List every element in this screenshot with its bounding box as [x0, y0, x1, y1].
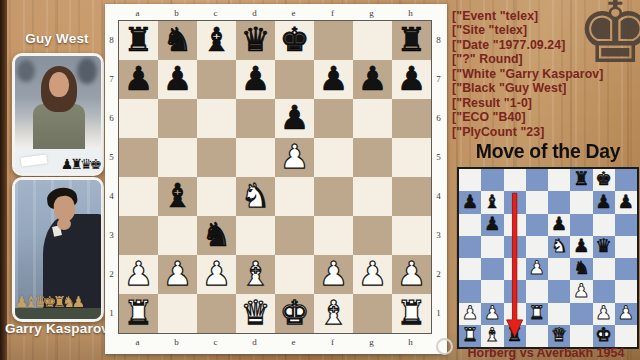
coord-label-5: 5 — [433, 137, 444, 176]
mini-square-h2: ♟ — [615, 303, 637, 325]
white-bishop-f1: ♝ — [319, 296, 349, 329]
mini-square-a4 — [459, 258, 481, 280]
table-edge — [0, 0, 7, 360]
mini-square-g3 — [593, 280, 615, 302]
main-square-h8[interactable]: ♜ — [392, 21, 431, 60]
mini-square-a2: ♟ — [459, 303, 481, 325]
mini-square-f6 — [570, 214, 592, 236]
main-square-c1[interactable] — [197, 294, 236, 333]
mini-square-a5 — [459, 236, 481, 258]
main-square-g8[interactable] — [353, 21, 392, 60]
coord-label-1: 1 — [433, 293, 444, 332]
mini-square-h4 — [615, 258, 637, 280]
mini-square-f7 — [570, 191, 592, 213]
mini-square-f2 — [570, 303, 592, 325]
main-square-d8[interactable]: ♛ — [236, 21, 275, 60]
main-square-b4[interactable]: ♝ — [158, 177, 197, 216]
mini-square-h7: ♟ — [615, 191, 637, 213]
main-square-c2[interactable]: ♟ — [197, 255, 236, 294]
mini-square-h3 — [615, 280, 637, 302]
coord-label-8: 8 — [433, 20, 444, 59]
white-pawn-g2: ♟ — [595, 304, 612, 323]
main-square-h6[interactable] — [392, 99, 431, 138]
mini-square-h8 — [615, 169, 637, 191]
coord-label-b: b — [157, 7, 196, 19]
mini-square-e3 — [548, 280, 570, 302]
coord-label-8: 8 — [106, 20, 117, 59]
main-square-g4[interactable] — [353, 177, 392, 216]
mini-square-g7: ♟ — [593, 191, 615, 213]
rank-labels-left: 87654321 — [106, 20, 117, 332]
black-rook-a8: ♜ — [124, 23, 154, 56]
main-square-d7[interactable]: ♟ — [236, 60, 275, 99]
main-square-b6[interactable] — [158, 99, 197, 138]
main-square-d2[interactable]: ♝ — [236, 255, 275, 294]
coord-label-3: 3 — [433, 215, 444, 254]
black-bishop-b4: ♝ — [163, 179, 193, 212]
mini-square-e2 — [548, 303, 570, 325]
main-chess-board[interactable]: ♜♞♝♛♚♜♟♟♟♟♟♟♟♟♝♞♞♟♟♟♝♟♟♟♜♛♚♝♜ — [118, 20, 432, 334]
mini-square-a3 — [459, 280, 481, 302]
main-square-e1[interactable]: ♚ — [275, 294, 314, 333]
mini-square-c8 — [504, 169, 526, 191]
mini-square-d7 — [526, 191, 548, 213]
main-square-d5[interactable] — [236, 138, 275, 177]
main-square-e4[interactable] — [275, 177, 314, 216]
main-square-d3[interactable] — [236, 216, 275, 255]
main-square-e3[interactable] — [275, 216, 314, 255]
main-square-a3[interactable] — [119, 216, 158, 255]
black-pawn-a7: ♟ — [462, 193, 479, 212]
coord-label-e: e — [274, 7, 313, 19]
mini-square-c4 — [504, 258, 526, 280]
coord-label-5: 5 — [106, 137, 117, 176]
coord-label-4: 4 — [106, 176, 117, 215]
mini-chess-board: ♜♚♟♝♟♟♟♟♞♟♛♟♞♟♟♟♜♟♟♜♝♜♛♚ — [459, 169, 637, 347]
white-bishop-b1: ♝ — [484, 326, 501, 345]
white-pawn-e5: ♟ — [280, 140, 310, 173]
main-square-a2[interactable]: ♟ — [119, 255, 158, 294]
mini-square-d5 — [526, 236, 548, 258]
coord-label-a: a — [118, 336, 157, 348]
main-square-g3[interactable] — [353, 216, 392, 255]
mini-square-a1: ♜ — [459, 325, 481, 347]
coord-label-6: 6 — [106, 98, 117, 137]
chess-pieces: ♟♜♛♚ — [61, 156, 99, 172]
mini-square-b5 — [481, 236, 503, 258]
black-rook-h8: ♜ — [397, 23, 427, 56]
mini-square-b2: ♟ — [481, 303, 503, 325]
mini-square-e5: ♞ — [548, 236, 570, 258]
main-square-a1[interactable]: ♜ — [119, 294, 158, 333]
move-of-the-day-title: Move of the Day — [455, 140, 640, 163]
move-of-the-day-board-frame: ♜♚♟♝♟♟♟♟♞♟♛♟♞♟♟♟♜♟♟♜♝♜♛♚ — [457, 167, 639, 349]
mini-square-b8 — [481, 169, 503, 191]
main-square-c5[interactable] — [197, 138, 236, 177]
main-square-b7[interactable]: ♟ — [158, 60, 197, 99]
main-square-a6[interactable] — [119, 99, 158, 138]
white-pawn-b2: ♟ — [484, 304, 501, 323]
black-king-e8: ♚ — [280, 23, 310, 56]
mini-square-c1: ♜ — [504, 325, 526, 347]
mini-square-g6 — [593, 214, 615, 236]
mini-square-h1 — [615, 325, 637, 347]
main-square-h2[interactable]: ♟ — [392, 255, 431, 294]
king-silhouette-icon: ♚ — [576, 0, 640, 76]
main-square-e2[interactable] — [275, 255, 314, 294]
mini-square-d8 — [526, 169, 548, 191]
main-square-e5[interactable]: ♟ — [275, 138, 314, 177]
main-square-e6[interactable]: ♟ — [275, 99, 314, 138]
player-name-bottom: Garry Kasparov — [0, 321, 114, 336]
mini-square-e8 — [548, 169, 570, 191]
white-pawn-c2: ♟ — [202, 257, 232, 290]
coord-label-2: 2 — [106, 254, 117, 293]
coord-label-h: h — [391, 7, 430, 19]
white-pawn-a2: ♟ — [462, 304, 479, 323]
white-knight-d4: ♞ — [241, 179, 271, 212]
white-king-e1: ♚ — [280, 296, 310, 329]
main-square-f4[interactable] — [314, 177, 353, 216]
mini-square-d4: ♟ — [526, 258, 548, 280]
file-labels-top: abcdefgh — [118, 7, 430, 19]
main-square-c3[interactable]: ♞ — [197, 216, 236, 255]
pgn-line: ["Result "1-0] — [452, 96, 638, 110]
black-rook-c1: ♜ — [506, 326, 523, 345]
main-square-d6[interactable] — [236, 99, 275, 138]
white-rook-a1: ♜ — [462, 326, 479, 345]
mini-square-g2: ♟ — [593, 303, 615, 325]
face — [49, 72, 69, 97]
white-rook-h1: ♜ — [397, 296, 427, 329]
mini-square-d1 — [526, 325, 548, 347]
mini-square-f4: ♞ — [570, 258, 592, 280]
pgn-line: ["Black "Guy West] — [452, 81, 638, 95]
mini-square-d3 — [526, 280, 548, 302]
white-pawn-d4: ♟ — [529, 259, 546, 278]
black-queen-d8: ♛ — [241, 23, 271, 56]
mini-square-e4 — [548, 258, 570, 280]
mini-square-b7: ♝ — [481, 191, 503, 213]
main-square-b2[interactable]: ♟ — [158, 255, 197, 294]
main-square-a8[interactable]: ♜ — [119, 21, 158, 60]
coord-label-7: 7 — [433, 59, 444, 98]
main-square-b5[interactable] — [158, 138, 197, 177]
coord-label-g: g — [352, 336, 391, 348]
white-pawn-f2: ♟ — [319, 257, 349, 290]
main-square-f8[interactable] — [314, 21, 353, 60]
mini-square-f8: ♜ — [570, 169, 592, 191]
main-square-d4[interactable]: ♞ — [236, 177, 275, 216]
coord-label-d: d — [235, 7, 274, 19]
mini-square-f3: ♟ — [570, 280, 592, 302]
main-square-h5[interactable] — [392, 138, 431, 177]
player-name-top: Guy West — [8, 31, 106, 46]
coord-label-4: 4 — [433, 176, 444, 215]
mini-square-e7 — [548, 191, 570, 213]
white-pawn-g2: ♟ — [358, 257, 388, 290]
main-square-e8[interactable]: ♚ — [275, 21, 314, 60]
main-square-g1[interactable] — [353, 294, 392, 333]
coord-label-7: 7 — [106, 59, 117, 98]
white-queen-d1: ♛ — [241, 296, 271, 329]
mini-square-g8: ♚ — [593, 169, 615, 191]
crowd-blob — [17, 60, 35, 82]
black-pawn-e6: ♟ — [280, 101, 310, 134]
black-pawn-h7: ♟ — [618, 193, 635, 212]
mini-square-c5 — [504, 236, 526, 258]
mini-square-c7 — [504, 191, 526, 213]
mini-square-c2 — [504, 303, 526, 325]
coord-label-d: d — [235, 336, 274, 348]
main-square-h4[interactable] — [392, 177, 431, 216]
main-square-b1[interactable] — [158, 294, 197, 333]
main-square-g6[interactable] — [353, 99, 392, 138]
guy-west-photo: ♟♜♛♚ — [12, 53, 104, 176]
main-square-f1[interactable]: ♝ — [314, 294, 353, 333]
main-square-a7[interactable]: ♟ — [119, 60, 158, 99]
black-pawn-b6: ♟ — [484, 215, 501, 234]
coord-label-h: h — [391, 336, 430, 348]
black-knight-f4: ♞ — [573, 259, 590, 278]
mini-square-g4 — [593, 258, 615, 280]
white-queen-e1: ♛ — [551, 326, 568, 345]
mini-square-a6 — [459, 214, 481, 236]
mini-square-b6: ♟ — [481, 214, 503, 236]
main-square-g5[interactable] — [353, 138, 392, 177]
mini-square-b3 — [481, 280, 503, 302]
mini-square-a8 — [459, 169, 481, 191]
coord-label-1: 1 — [106, 293, 117, 332]
coord-label-f: f — [313, 336, 352, 348]
coord-label-c: c — [196, 7, 235, 19]
crowd-blob — [77, 58, 97, 84]
main-square-c4[interactable] — [197, 177, 236, 216]
white-bishop-d2: ♝ — [241, 257, 271, 290]
black-king-g8: ♚ — [595, 170, 612, 189]
black-pawn-d7: ♟ — [241, 62, 271, 95]
main-square-c6[interactable] — [197, 99, 236, 138]
mini-square-e6: ♟ — [548, 214, 570, 236]
main-square-a4[interactable] — [119, 177, 158, 216]
main-square-h3[interactable] — [392, 216, 431, 255]
coord-label-e: e — [274, 336, 313, 348]
main-square-f7[interactable]: ♟ — [314, 60, 353, 99]
black-knight-c3: ♞ — [202, 218, 232, 251]
coord-label-b: b — [157, 336, 196, 348]
mini-square-e1: ♛ — [548, 325, 570, 347]
mini-square-c6 — [504, 214, 526, 236]
pgn-line: ["PlyCount "23] — [452, 125, 638, 139]
mini-square-d6 — [526, 214, 548, 236]
white-pawn-a2: ♟ — [124, 257, 154, 290]
black-pawn-h7: ♟ — [397, 62, 427, 95]
mini-square-h6 — [615, 214, 637, 236]
move-of-the-day-caption: Horberg vs Averbakh 1954 — [446, 346, 640, 360]
mini-square-g1: ♚ — [593, 325, 615, 347]
coord-label-f: f — [313, 7, 352, 19]
black-pawn-a7: ♟ — [124, 62, 154, 95]
black-pawn-f7: ♟ — [319, 62, 349, 95]
main-square-f3[interactable] — [314, 216, 353, 255]
mini-square-a7: ♟ — [459, 191, 481, 213]
mini-square-c3 — [504, 280, 526, 302]
file-labels-bottom: abcdefgh — [118, 336, 430, 348]
mini-square-h5 — [615, 236, 637, 258]
coord-label-3: 3 — [106, 215, 117, 254]
main-square-a5[interactable] — [119, 138, 158, 177]
black-rook-f8: ♜ — [573, 170, 590, 189]
rank-labels-right: 87654321 — [433, 20, 444, 332]
mini-square-d2: ♜ — [526, 303, 548, 325]
hand — [57, 218, 71, 230]
main-square-c8[interactable]: ♝ — [197, 21, 236, 60]
garry-kasparov-photo: ♟♝♛♚♜♞♟ — [12, 177, 104, 322]
mini-square-b4 — [481, 258, 503, 280]
mini-square-f1 — [570, 325, 592, 347]
main-square-f2[interactable]: ♟ — [314, 255, 353, 294]
black-bishop-b7: ♝ — [484, 193, 501, 212]
mini-square-f5: ♟ — [570, 236, 592, 258]
coord-label-6: 6 — [433, 98, 444, 137]
main-square-f6[interactable] — [314, 99, 353, 138]
black-pawn-g7: ♟ — [595, 193, 612, 212]
pgn-line: ["ECO "B40] — [452, 110, 638, 124]
main-square-h1[interactable]: ♜ — [392, 294, 431, 333]
white-pawn-h2: ♟ — [397, 257, 427, 290]
coord-label-c: c — [196, 336, 235, 348]
coord-label-2: 2 — [433, 254, 444, 293]
chess-table — [15, 308, 101, 319]
mini-square-g5: ♛ — [593, 236, 615, 258]
white-king-g1: ♚ — [595, 326, 612, 345]
main-square-b8[interactable]: ♞ — [158, 21, 197, 60]
main-square-g7[interactable]: ♟ — [353, 60, 392, 99]
black-pawn-g7: ♟ — [358, 62, 388, 95]
black-pawn-b7: ♟ — [163, 62, 193, 95]
main-square-d1[interactable]: ♛ — [236, 294, 275, 333]
white-pawn-f3: ♟ — [573, 282, 590, 301]
coord-label-a: a — [118, 7, 157, 19]
black-pawn-f5: ♟ — [573, 237, 590, 256]
mini-square-b1: ♝ — [481, 325, 503, 347]
board-panel: abcdefgh 87654321 ♜♞♝♛♚♜♟♟♟♟♟♟♟♟♝♞♞♟♟♟♝♟… — [105, 4, 447, 354]
main-square-c7[interactable] — [197, 60, 236, 99]
main-square-f5[interactable] — [314, 138, 353, 177]
white-rook-d2: ♜ — [529, 304, 546, 323]
black-pawn-e6: ♟ — [551, 215, 568, 234]
coord-label-g: g — [352, 7, 391, 19]
black-knight-b8: ♞ — [163, 23, 193, 56]
black-queen-g5: ♛ — [595, 237, 612, 256]
white-knight-e5: ♞ — [551, 237, 568, 256]
main-square-b3[interactable] — [158, 216, 197, 255]
white-pawn-b2: ♟ — [163, 257, 193, 290]
white-rook-a1: ♜ — [124, 296, 154, 329]
white-pawn-h2: ♟ — [618, 304, 635, 323]
main-square-h7[interactable]: ♟ — [392, 60, 431, 99]
black-bishop-c8: ♝ — [202, 23, 232, 56]
main-square-e7[interactable] — [275, 60, 314, 99]
main-square-g2[interactable]: ♟ — [353, 255, 392, 294]
